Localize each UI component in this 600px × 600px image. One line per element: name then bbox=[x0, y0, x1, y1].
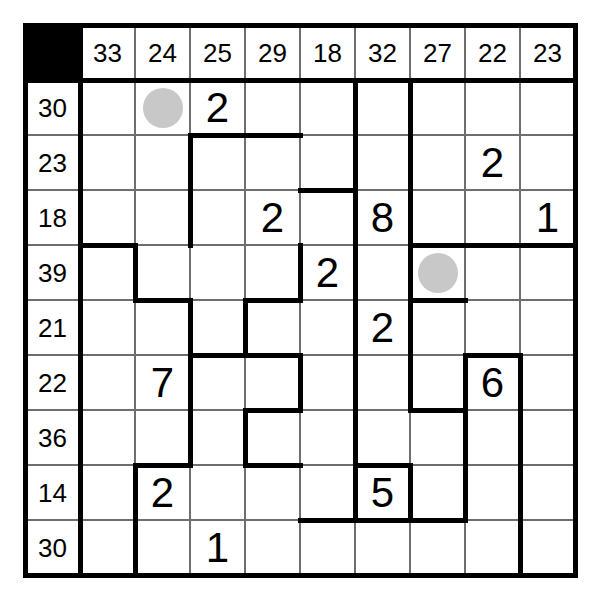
cell[interactable]: 1 bbox=[190, 520, 245, 575]
cell[interactable] bbox=[520, 410, 575, 465]
cell[interactable]: 2 bbox=[245, 190, 300, 245]
cell[interactable]: 6 bbox=[465, 355, 520, 410]
top-clue-cell: 23 bbox=[520, 25, 575, 80]
cell[interactable] bbox=[80, 520, 135, 575]
cell[interactable] bbox=[135, 520, 190, 575]
cell[interactable]: 2 bbox=[300, 245, 355, 300]
given-digit: 6 bbox=[481, 362, 504, 404]
top-clue-cell: 29 bbox=[245, 25, 300, 80]
cell[interactable] bbox=[465, 410, 520, 465]
cell[interactable] bbox=[80, 300, 135, 355]
cell[interactable] bbox=[355, 520, 410, 575]
left-clue-cell: 36 bbox=[25, 410, 80, 465]
cell[interactable] bbox=[80, 190, 135, 245]
cell[interactable] bbox=[135, 300, 190, 355]
cell[interactable] bbox=[245, 410, 300, 465]
cell[interactable] bbox=[465, 520, 520, 575]
cell[interactable] bbox=[190, 465, 245, 520]
corner-block bbox=[23, 23, 83, 83]
cell[interactable] bbox=[300, 135, 355, 190]
cell[interactable]: 8 bbox=[355, 190, 410, 245]
cell[interactable] bbox=[410, 190, 465, 245]
cell[interactable]: 2 bbox=[465, 135, 520, 190]
cell[interactable] bbox=[135, 135, 190, 190]
cell[interactable]: 1 bbox=[520, 190, 575, 245]
cell[interactable]: 2 bbox=[190, 80, 245, 135]
cell[interactable] bbox=[465, 245, 520, 300]
cell[interactable] bbox=[520, 520, 575, 575]
cell[interactable] bbox=[410, 300, 465, 355]
cell[interactable] bbox=[135, 190, 190, 245]
cell[interactable] bbox=[520, 135, 575, 190]
cell[interactable] bbox=[190, 410, 245, 465]
top-clue-cell: 25 bbox=[190, 25, 245, 80]
cell[interactable] bbox=[410, 520, 465, 575]
cell[interactable] bbox=[520, 465, 575, 520]
cell[interactable] bbox=[190, 190, 245, 245]
cell[interactable] bbox=[245, 135, 300, 190]
left-clue-cell: 30 bbox=[25, 80, 80, 135]
cell[interactable] bbox=[355, 355, 410, 410]
cell[interactable] bbox=[465, 80, 520, 135]
left-clue-cell: 30 bbox=[25, 520, 80, 575]
top-clue-cell: 18 bbox=[300, 25, 355, 80]
cell[interactable] bbox=[465, 300, 520, 355]
cell[interactable] bbox=[300, 410, 355, 465]
puzzle-page: 3324252918322722233023183921223614302228… bbox=[0, 0, 600, 600]
cell[interactable] bbox=[135, 410, 190, 465]
cell[interactable] bbox=[245, 465, 300, 520]
cell[interactable] bbox=[465, 190, 520, 245]
cell[interactable] bbox=[190, 135, 245, 190]
cell[interactable] bbox=[300, 80, 355, 135]
cell[interactable] bbox=[410, 245, 465, 300]
cell[interactable] bbox=[245, 245, 300, 300]
cell[interactable]: 2 bbox=[135, 465, 190, 520]
cell[interactable]: 5 bbox=[355, 465, 410, 520]
cell[interactable] bbox=[190, 355, 245, 410]
given-digit: 2 bbox=[481, 142, 504, 184]
cell[interactable] bbox=[245, 520, 300, 575]
given-digit: 7 bbox=[151, 362, 174, 404]
cell[interactable] bbox=[80, 245, 135, 300]
cell[interactable] bbox=[135, 80, 190, 135]
cell[interactable] bbox=[80, 135, 135, 190]
given-digit: 2 bbox=[206, 87, 229, 129]
cell[interactable] bbox=[300, 520, 355, 575]
given-digit: 2 bbox=[316, 252, 339, 294]
top-clue-cell: 22 bbox=[465, 25, 520, 80]
cell[interactable] bbox=[410, 80, 465, 135]
cell[interactable] bbox=[80, 80, 135, 135]
cell[interactable] bbox=[520, 300, 575, 355]
cell[interactable] bbox=[410, 410, 465, 465]
cell[interactable]: 7 bbox=[135, 355, 190, 410]
cell[interactable] bbox=[80, 410, 135, 465]
cell[interactable] bbox=[520, 80, 575, 135]
left-clue-cell: 18 bbox=[25, 190, 80, 245]
cell[interactable] bbox=[355, 410, 410, 465]
cell[interactable] bbox=[410, 465, 465, 520]
cell[interactable] bbox=[300, 300, 355, 355]
cell[interactable] bbox=[465, 465, 520, 520]
gray-circle bbox=[418, 253, 458, 293]
top-clue-cell: 24 bbox=[135, 25, 190, 80]
given-digit: 5 bbox=[371, 472, 394, 514]
top-clue-cell: 27 bbox=[410, 25, 465, 80]
given-digit: 2 bbox=[261, 197, 284, 239]
left-clue-cell: 21 bbox=[25, 300, 80, 355]
given-digit: 2 bbox=[151, 472, 174, 514]
given-digit: 1 bbox=[206, 527, 229, 569]
cell[interactable] bbox=[520, 245, 575, 300]
cell[interactable] bbox=[245, 300, 300, 355]
cell[interactable] bbox=[245, 355, 300, 410]
cell[interactable] bbox=[80, 465, 135, 520]
cell[interactable] bbox=[300, 465, 355, 520]
cell[interactable] bbox=[300, 355, 355, 410]
top-clue-cell: 33 bbox=[80, 25, 135, 80]
cell[interactable] bbox=[190, 300, 245, 355]
cell[interactable] bbox=[355, 135, 410, 190]
cell[interactable] bbox=[355, 80, 410, 135]
cell[interactable] bbox=[300, 190, 355, 245]
given-digit: 1 bbox=[536, 197, 559, 239]
cell[interactable]: 2 bbox=[355, 300, 410, 355]
cell[interactable] bbox=[520, 355, 575, 410]
given-digit: 2 bbox=[371, 307, 394, 349]
cell[interactable] bbox=[410, 355, 465, 410]
cell[interactable] bbox=[245, 80, 300, 135]
gray-circle bbox=[143, 88, 183, 128]
left-clue-cell: 39 bbox=[25, 245, 80, 300]
puzzle-board: 3324252918322722233023183921223614302228… bbox=[25, 25, 575, 575]
cell[interactable] bbox=[355, 245, 410, 300]
cell[interactable] bbox=[80, 355, 135, 410]
top-clue-cell: 32 bbox=[355, 25, 410, 80]
given-digit: 8 bbox=[371, 197, 394, 239]
left-clue-cell: 14 bbox=[25, 465, 80, 520]
cell[interactable] bbox=[190, 245, 245, 300]
left-clue-cell: 23 bbox=[25, 135, 80, 190]
left-clue-cell: 22 bbox=[25, 355, 80, 410]
cell[interactable] bbox=[410, 135, 465, 190]
cell[interactable] bbox=[135, 245, 190, 300]
